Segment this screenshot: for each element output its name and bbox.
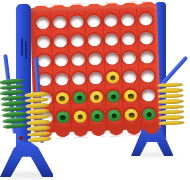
yellow-stack-disc (158, 104, 184, 109)
board-cell-r1c2[interactable] (51, 12, 69, 32)
empty-hole (36, 35, 49, 47)
board-cell-r2c7[interactable] (137, 28, 155, 48)
left-inner-disc-stack (24, 91, 51, 144)
empty-hole (105, 33, 118, 45)
board-cell-r3c2[interactable] (52, 50, 70, 70)
board-cell-r5c7[interactable] (139, 86, 157, 106)
yellow-stack-disc (25, 108, 49, 114)
board-cell-r5c3[interactable] (71, 88, 89, 108)
board-cell-r6c5[interactable] (106, 106, 124, 126)
empty-hole (122, 32, 135, 44)
board-grid (34, 9, 158, 128)
empty-hole (141, 70, 154, 82)
board-cell-r6c4[interactable] (89, 106, 107, 126)
yellow-stack-disc (25, 103, 49, 109)
board-cell-r4c7[interactable] (139, 66, 157, 86)
yellow-disc (124, 90, 137, 102)
yellow-stack-disc (158, 115, 184, 120)
board-cell-r2c1[interactable] (35, 32, 53, 52)
yellow-stack-disc (157, 88, 183, 93)
green-disc (107, 90, 120, 102)
green-disc (56, 111, 69, 123)
empty-hole (71, 34, 84, 46)
green-stack-disc (3, 122, 28, 129)
green-disc (90, 110, 103, 122)
product-photo-giant-connect-four (0, 0, 190, 180)
board-cell-r4c3[interactable] (70, 69, 88, 89)
empty-hole (121, 13, 134, 25)
empty-hole (54, 35, 67, 47)
board-cell-r2c5[interactable] (103, 29, 121, 49)
board-cell-r1c5[interactable] (103, 10, 121, 30)
yellow-stack-disc (158, 93, 184, 98)
board-cell-r4c6[interactable] (122, 67, 140, 87)
empty-hole (88, 53, 101, 65)
yellow-stack-disc (26, 120, 50, 126)
empty-hole (104, 14, 117, 26)
left-outer-disc-stack (0, 78, 28, 130)
board-cell-r6c6[interactable] (123, 105, 141, 125)
yellow-stack-disc (27, 125, 51, 131)
board-cell-r1c4[interactable] (85, 11, 103, 31)
board-cell-r1c3[interactable] (68, 11, 86, 31)
yellow-disc (125, 109, 138, 121)
empty-hole (72, 72, 85, 84)
board-cell-r3c4[interactable] (87, 49, 105, 69)
empty-hole (88, 34, 101, 46)
board-cell-r6c3[interactable] (72, 107, 90, 127)
board-top-scallop (32, 1, 155, 9)
board-cell-r2c3[interactable] (69, 30, 87, 50)
empty-hole (140, 32, 153, 44)
board-cell-r1c1[interactable] (34, 13, 52, 33)
empty-hole (106, 52, 119, 64)
empty-hole (123, 71, 136, 83)
board-cell-r4c4[interactable] (87, 68, 105, 88)
board-cell-r1c7[interactable] (137, 9, 155, 29)
board-cell-r5c4[interactable] (88, 87, 106, 107)
green-disc (142, 108, 155, 120)
yellow-disc (106, 71, 119, 83)
board-cell-r5c6[interactable] (122, 86, 140, 106)
yellow-stack-disc (159, 120, 185, 125)
board-cell-r4c5[interactable] (105, 68, 123, 88)
empty-hole (37, 54, 50, 66)
board-cell-r5c5[interactable] (105, 87, 123, 107)
board-cell-r3c5[interactable] (104, 48, 122, 68)
yellow-disc (73, 111, 86, 123)
empty-hole (53, 16, 66, 28)
empty-hole (87, 14, 100, 26)
empty-hole (139, 13, 152, 25)
board-cell-r2c6[interactable] (120, 29, 138, 49)
empty-hole (89, 72, 102, 84)
empty-hole (54, 54, 67, 66)
board-cell-r2c4[interactable] (86, 30, 104, 50)
board-cell-r4c2[interactable] (53, 69, 71, 89)
board-cell-r3c3[interactable] (70, 50, 88, 70)
empty-hole (55, 73, 68, 85)
empty-hole (142, 89, 155, 101)
right-disc-stack (157, 83, 184, 127)
yellow-stack-disc (158, 99, 184, 104)
yellow-stack-disc (24, 91, 48, 97)
empty-hole (71, 53, 84, 65)
empty-hole (123, 51, 136, 63)
board-cell-r1c6[interactable] (120, 10, 138, 30)
yellow-stack-disc (158, 109, 184, 114)
yellow-disc (90, 91, 103, 103)
green-disc (73, 92, 86, 104)
empty-hole (140, 51, 153, 63)
board-cell-r2c2[interactable] (52, 31, 70, 51)
yellow-disc (56, 92, 69, 104)
board-cell-r5c2[interactable] (54, 89, 72, 109)
board-cell-r6c7[interactable] (140, 105, 158, 125)
empty-hole (36, 16, 49, 28)
board-cell-r6c2[interactable] (55, 108, 73, 128)
board-cell-r3c6[interactable] (121, 48, 139, 68)
board-cell-r3c7[interactable] (138, 47, 156, 67)
yellow-stack-disc (157, 83, 183, 88)
yellow-stack-disc (27, 136, 51, 142)
empty-hole (70, 15, 83, 27)
green-disc (108, 110, 121, 122)
